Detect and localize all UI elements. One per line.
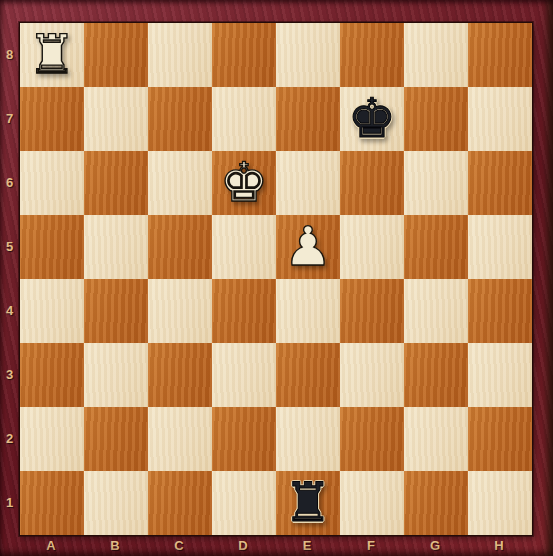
file-labels: ABCDEFGH [19,535,531,556]
white-king[interactable]: ♚ [220,151,268,215]
square-g1[interactable] [404,471,468,535]
rank-label-1: 1 [0,470,19,534]
square-d4[interactable] [212,279,276,343]
square-a7[interactable] [20,87,84,151]
square-c3[interactable] [148,343,212,407]
square-d3[interactable] [212,343,276,407]
chess-board[interactable]: ♜♚♚♟♜ [19,22,533,536]
square-b6[interactable] [84,151,148,215]
square-f5[interactable] [340,215,404,279]
file-label-b: B [83,535,147,556]
square-b8[interactable] [84,23,148,87]
square-g4[interactable] [404,279,468,343]
square-c2[interactable] [148,407,212,471]
square-a5[interactable] [20,215,84,279]
board-frame: 87654321 ♜♚♚♟♜ ABCDEFGH [0,0,553,556]
square-e4[interactable] [276,279,340,343]
square-h5[interactable] [468,215,532,279]
file-label-f: F [339,535,403,556]
square-a4[interactable] [20,279,84,343]
square-h6[interactable] [468,151,532,215]
square-d8[interactable] [212,23,276,87]
square-b7[interactable] [84,87,148,151]
square-g5[interactable] [404,215,468,279]
square-g6[interactable] [404,151,468,215]
black-rook[interactable]: ♜ [284,471,332,535]
square-c1[interactable] [148,471,212,535]
square-g8[interactable] [404,23,468,87]
rank-label-3: 3 [0,342,19,406]
square-f2[interactable] [340,407,404,471]
square-b2[interactable] [84,407,148,471]
file-label-c: C [147,535,211,556]
file-label-e: E [275,535,339,556]
square-d1[interactable] [212,471,276,535]
square-d7[interactable] [212,87,276,151]
rank-label-8: 8 [0,22,19,86]
file-label-g: G [403,535,467,556]
white-pawn[interactable]: ♟ [284,215,332,279]
square-a1[interactable] [20,471,84,535]
square-d5[interactable] [212,215,276,279]
rank-label-7: 7 [0,86,19,150]
white-rook[interactable]: ♜ [28,23,76,87]
square-f7[interactable]: ♚ [340,87,404,151]
rank-label-4: 4 [0,278,19,342]
square-h4[interactable] [468,279,532,343]
square-d2[interactable] [212,407,276,471]
black-king[interactable]: ♚ [348,87,396,151]
rank-labels: 87654321 [0,22,19,534]
square-f6[interactable] [340,151,404,215]
square-e6[interactable] [276,151,340,215]
rank-label-6: 6 [0,150,19,214]
square-e3[interactable] [276,343,340,407]
square-b3[interactable] [84,343,148,407]
file-label-a: A [19,535,83,556]
square-a8[interactable]: ♜ [20,23,84,87]
square-b4[interactable] [84,279,148,343]
square-e5[interactable]: ♟ [276,215,340,279]
square-e7[interactable] [276,87,340,151]
square-g3[interactable] [404,343,468,407]
square-f1[interactable] [340,471,404,535]
file-label-d: D [211,535,275,556]
square-c8[interactable] [148,23,212,87]
square-a3[interactable] [20,343,84,407]
square-a2[interactable] [20,407,84,471]
square-f4[interactable] [340,279,404,343]
square-h7[interactable] [468,87,532,151]
square-e2[interactable] [276,407,340,471]
square-g7[interactable] [404,87,468,151]
square-g2[interactable] [404,407,468,471]
square-f3[interactable] [340,343,404,407]
square-h1[interactable] [468,471,532,535]
square-c5[interactable] [148,215,212,279]
square-c7[interactable] [148,87,212,151]
square-h3[interactable] [468,343,532,407]
square-a6[interactable] [20,151,84,215]
square-h8[interactable] [468,23,532,87]
file-label-h: H [467,535,531,556]
square-b1[interactable] [84,471,148,535]
square-e1[interactable]: ♜ [276,471,340,535]
square-f8[interactable] [340,23,404,87]
square-h2[interactable] [468,407,532,471]
rank-label-5: 5 [0,214,19,278]
rank-label-2: 2 [0,406,19,470]
square-e8[interactable] [276,23,340,87]
square-c4[interactable] [148,279,212,343]
square-b5[interactable] [84,215,148,279]
square-d6[interactable]: ♚ [212,151,276,215]
square-c6[interactable] [148,151,212,215]
